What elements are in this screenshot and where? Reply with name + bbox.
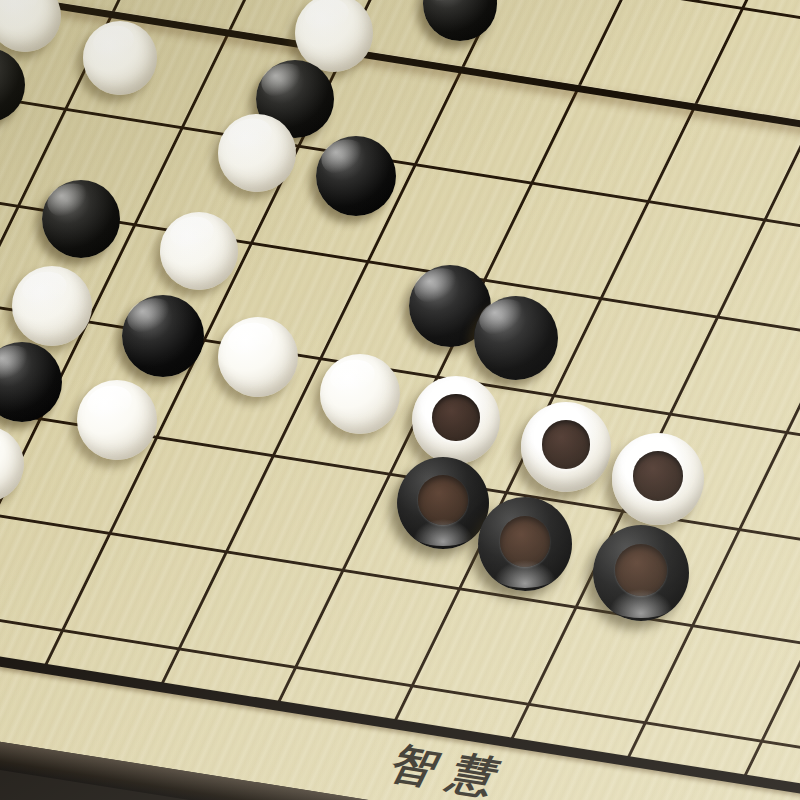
stone-layer — [0, 0, 800, 800]
go-stone-white[interactable] — [218, 317, 298, 397]
go-stone-white[interactable] — [77, 380, 157, 460]
go-stone-black[interactable] — [316, 136, 396, 216]
magnet-center — [615, 544, 667, 596]
go-stone-black[interactable] — [122, 295, 204, 377]
go-stone-black[interactable] — [423, 0, 497, 41]
magnet-center — [418, 475, 468, 525]
go-board-photo-scene: 智慧 — [0, 0, 800, 800]
go-stone-white-flipped[interactable] — [412, 376, 500, 464]
go-stone-black[interactable] — [0, 342, 62, 422]
go-stone-white[interactable] — [160, 212, 238, 290]
go-stone-black[interactable] — [474, 296, 558, 380]
go-stone-black-flipped[interactable] — [593, 525, 689, 621]
magnet-center — [633, 451, 683, 501]
go-stone-black[interactable] — [0, 48, 25, 122]
go-stone-white[interactable] — [0, 0, 61, 52]
go-stone-white[interactable] — [320, 354, 400, 434]
go-stone-white[interactable] — [0, 426, 24, 502]
go-stone-white-flipped[interactable] — [612, 433, 704, 525]
go-stone-white[interactable] — [12, 266, 92, 346]
go-stone-white[interactable] — [83, 21, 157, 95]
go-stone-black-flipped[interactable] — [478, 497, 572, 591]
magnet-center — [432, 394, 480, 442]
go-stone-black-flipped[interactable] — [397, 457, 489, 549]
go-stone-black[interactable] — [42, 180, 120, 258]
go-stone-white[interactable] — [218, 114, 296, 192]
go-stone-white-flipped[interactable] — [521, 402, 611, 492]
magnet-center — [500, 516, 551, 567]
magnet-center — [542, 420, 591, 469]
